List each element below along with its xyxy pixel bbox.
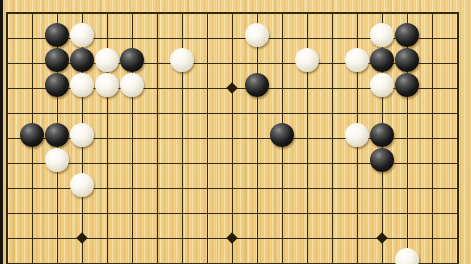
white-stone[interactable] [70, 173, 94, 197]
black-stone[interactable] [395, 73, 419, 97]
white-stone[interactable] [345, 48, 369, 72]
black-stone[interactable] [395, 23, 419, 47]
stones-layer [0, 0, 470, 264]
white-stone[interactable] [45, 148, 69, 172]
white-stone[interactable] [95, 48, 119, 72]
go-app-screen [0, 0, 471, 264]
black-stone[interactable] [45, 123, 69, 147]
go-board[interactable] [0, 0, 471, 264]
white-stone[interactable] [345, 123, 369, 147]
black-stone[interactable] [45, 73, 69, 97]
white-stone[interactable] [70, 123, 94, 147]
white-stone[interactable] [295, 48, 319, 72]
black-stone[interactable] [245, 73, 269, 97]
white-stone[interactable] [120, 73, 144, 97]
white-stone[interactable] [95, 73, 119, 97]
black-stone[interactable] [370, 48, 394, 72]
white-stone[interactable] [370, 23, 394, 47]
black-stone[interactable] [20, 123, 44, 147]
white-stone[interactable] [70, 23, 94, 47]
white-stone[interactable] [170, 48, 194, 72]
black-stone[interactable] [395, 48, 419, 72]
black-stone[interactable] [270, 123, 294, 147]
black-stone[interactable] [45, 23, 69, 47]
black-stone[interactable] [45, 48, 69, 72]
white-stone[interactable] [245, 23, 269, 47]
white-stone[interactable] [370, 73, 394, 97]
white-stone[interactable] [395, 248, 419, 264]
black-stone[interactable] [120, 48, 144, 72]
black-stone[interactable] [370, 148, 394, 172]
white-stone[interactable] [70, 73, 94, 97]
black-stone[interactable] [70, 48, 94, 72]
window-left-edge [0, 0, 3, 264]
black-stone[interactable] [370, 123, 394, 147]
